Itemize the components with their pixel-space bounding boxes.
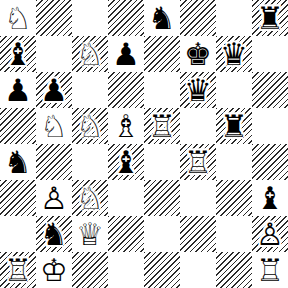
square-b1[interactable]: ♔ [36, 252, 72, 288]
square-f6[interactable]: ♛ [180, 72, 216, 108]
square-d4[interactable]: ♝ [108, 144, 144, 180]
square-e2[interactable] [144, 216, 180, 252]
square-h1[interactable]: ♖ [252, 252, 288, 288]
white-pawn-icon: ♙ [256, 216, 284, 252]
white-queen-icon: ♕ [76, 216, 104, 252]
square-a4[interactable]: ♞ [0, 144, 36, 180]
white-knight-icon: ♘ [40, 108, 68, 144]
square-d6[interactable] [108, 72, 144, 108]
black-queen-icon: ♛ [220, 36, 248, 72]
black-pawn-icon: ♟ [112, 36, 140, 72]
black-knight-icon: ♞ [148, 0, 176, 36]
square-h7[interactable] [252, 36, 288, 72]
square-c5[interactable]: ♘ [72, 108, 108, 144]
square-d5[interactable]: ♗ [108, 108, 144, 144]
white-bishop-icon: ♗ [112, 108, 140, 144]
white-knight-icon: ♘ [76, 180, 104, 216]
square-g3[interactable] [216, 180, 252, 216]
square-e7[interactable] [144, 36, 180, 72]
white-rook-icon: ♖ [256, 252, 284, 288]
square-h2[interactable]: ♙ [252, 216, 288, 252]
chess-board: ♘♞♜♝♘♟♚♛♟♟♛♘♘♗♖♜♞♝♖♙♘♝♞♕♙♖♔♖ [0, 0, 288, 288]
square-h8[interactable]: ♜ [252, 0, 288, 36]
square-g8[interactable] [216, 0, 252, 36]
square-c4[interactable] [72, 144, 108, 180]
square-a7[interactable]: ♝ [0, 36, 36, 72]
square-d2[interactable] [108, 216, 144, 252]
square-c1[interactable] [72, 252, 108, 288]
white-king-icon: ♔ [40, 252, 68, 288]
square-d1[interactable] [108, 252, 144, 288]
black-king-icon: ♚ [184, 36, 212, 72]
black-knight-icon: ♞ [4, 144, 32, 180]
square-d7[interactable]: ♟ [108, 36, 144, 72]
square-a8[interactable]: ♘ [0, 0, 36, 36]
black-pawn-icon: ♟ [4, 72, 32, 108]
square-g2[interactable] [216, 216, 252, 252]
square-b5[interactable]: ♘ [36, 108, 72, 144]
square-b7[interactable] [36, 36, 72, 72]
square-f3[interactable] [180, 180, 216, 216]
black-bishop-icon: ♝ [256, 180, 284, 216]
black-knight-icon: ♞ [40, 216, 68, 252]
square-a5[interactable] [0, 108, 36, 144]
black-bishop-icon: ♝ [4, 36, 32, 72]
square-f2[interactable] [180, 216, 216, 252]
square-e6[interactable] [144, 72, 180, 108]
square-h6[interactable] [252, 72, 288, 108]
square-f4[interactable]: ♖ [180, 144, 216, 180]
square-f8[interactable] [180, 0, 216, 36]
square-g4[interactable] [216, 144, 252, 180]
white-knight-icon: ♘ [76, 108, 104, 144]
square-c8[interactable] [72, 0, 108, 36]
square-c7[interactable]: ♘ [72, 36, 108, 72]
square-b3[interactable]: ♙ [36, 180, 72, 216]
square-e1[interactable] [144, 252, 180, 288]
square-b4[interactable] [36, 144, 72, 180]
black-pawn-icon: ♟ [40, 72, 68, 108]
square-f1[interactable] [180, 252, 216, 288]
square-g6[interactable] [216, 72, 252, 108]
square-a2[interactable] [0, 216, 36, 252]
black-queen-icon: ♛ [184, 72, 212, 108]
square-a1[interactable]: ♖ [0, 252, 36, 288]
square-h4[interactable] [252, 144, 288, 180]
square-h5[interactable] [252, 108, 288, 144]
square-c2[interactable]: ♕ [72, 216, 108, 252]
square-d8[interactable] [108, 0, 144, 36]
square-h3[interactable]: ♝ [252, 180, 288, 216]
square-e4[interactable] [144, 144, 180, 180]
black-bishop-icon: ♝ [112, 144, 140, 180]
square-a3[interactable] [0, 180, 36, 216]
square-b6[interactable]: ♟ [36, 72, 72, 108]
square-f7[interactable]: ♚ [180, 36, 216, 72]
square-e8[interactable]: ♞ [144, 0, 180, 36]
white-knight-icon: ♘ [4, 0, 32, 36]
white-rook-icon: ♖ [148, 108, 176, 144]
square-a6[interactable]: ♟ [0, 72, 36, 108]
square-b8[interactable] [36, 0, 72, 36]
white-knight-icon: ♘ [76, 36, 104, 72]
square-c6[interactable] [72, 72, 108, 108]
square-b2[interactable]: ♞ [36, 216, 72, 252]
square-g1[interactable] [216, 252, 252, 288]
square-g7[interactable]: ♛ [216, 36, 252, 72]
square-e3[interactable] [144, 180, 180, 216]
square-c3[interactable]: ♘ [72, 180, 108, 216]
white-pawn-icon: ♙ [40, 180, 68, 216]
black-rook-icon: ♜ [220, 108, 248, 144]
square-e5[interactable]: ♖ [144, 108, 180, 144]
white-rook-icon: ♖ [184, 144, 212, 180]
square-f5[interactable] [180, 108, 216, 144]
square-g5[interactable]: ♜ [216, 108, 252, 144]
white-rook-icon: ♖ [4, 252, 32, 288]
black-rook-icon: ♜ [256, 0, 284, 36]
square-d3[interactable] [108, 180, 144, 216]
